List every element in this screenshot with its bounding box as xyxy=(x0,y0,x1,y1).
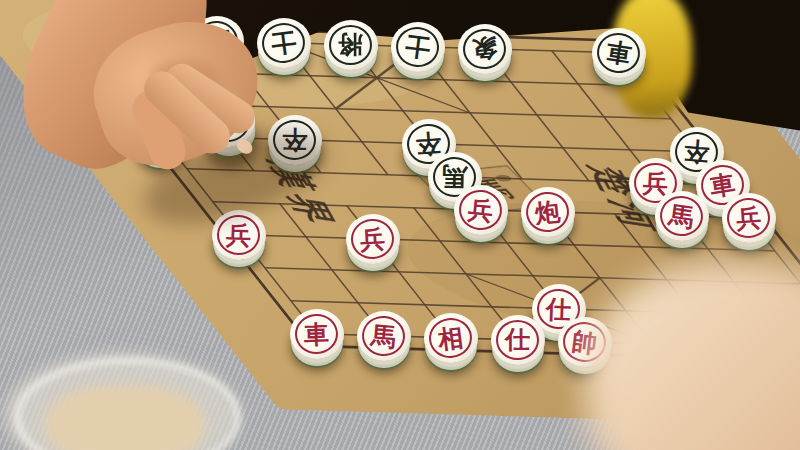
black-general-piece[interactable]: 將 xyxy=(324,20,378,70)
red-horse-piece[interactable]: 馬 xyxy=(357,311,411,361)
red-soldier-piece[interactable]: 兵 xyxy=(722,193,776,243)
piece-character: 象 xyxy=(462,27,508,71)
piece-character: 馬 xyxy=(361,314,407,358)
piece-character: 將 xyxy=(329,25,372,65)
photo-scene: 楚河 漢界 駿馬 象士將士象車車砲卒馬卒卒卒馬兵車兵炮馬兵兵兵仕車馬相仕帥 xyxy=(0,0,800,450)
piece-character: 相 xyxy=(427,315,475,360)
piece-character: 兵 xyxy=(350,218,395,260)
black-elephant-piece[interactable]: 象 xyxy=(458,24,512,74)
red-advisor-piece[interactable]: 仕 xyxy=(491,315,545,365)
piece-character: 馬 xyxy=(658,193,706,239)
bowl-contents xyxy=(45,385,205,450)
piece-character: 炮 xyxy=(524,190,571,234)
piece-character: 車 xyxy=(594,30,643,76)
piece-character: 兵 xyxy=(726,196,772,239)
red-soldier-piece[interactable]: 兵 xyxy=(454,185,508,235)
piece-character: 兵 xyxy=(217,214,261,255)
black-chariot-piece[interactable]: 車 xyxy=(592,28,646,78)
red-chariot-piece[interactable]: 車 xyxy=(290,309,344,359)
black-advisor-piece[interactable]: 士 xyxy=(257,18,311,68)
red-soldier-piece[interactable]: 兵 xyxy=(346,214,400,264)
piece-character: 仕 xyxy=(496,320,539,360)
red-cannon-piece[interactable]: 炮 xyxy=(521,187,575,237)
piece-character: 車 xyxy=(295,313,339,354)
black-advisor-piece[interactable]: 士 xyxy=(391,22,445,72)
piece-character: 兵 xyxy=(457,188,504,232)
piece-character: 士 xyxy=(260,20,308,65)
red-horse-piece[interactable]: 馬 xyxy=(655,191,709,241)
red-elephant-piece[interactable]: 相 xyxy=(424,313,478,363)
piece-character: 士 xyxy=(394,24,442,69)
